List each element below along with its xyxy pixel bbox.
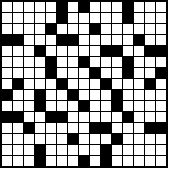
black-cell [35,156,45,166]
cell[interactable] [68,24,78,34]
cell[interactable] [46,101,56,111]
black-cell [101,145,111,155]
cell[interactable] [90,46,100,56]
cell[interactable] [2,156,12,166]
cell[interactable] [46,134,56,144]
black-cell [79,156,89,166]
cell[interactable] [134,156,144,166]
cell[interactable] [57,24,67,34]
cell[interactable] [24,90,34,100]
cell[interactable] [68,2,78,12]
cell[interactable] [123,35,133,45]
cell[interactable] [156,13,166,23]
cell[interactable] [123,145,133,155]
cell[interactable] [57,134,67,144]
cell[interactable] [90,156,100,166]
cell[interactable] [123,123,133,133]
cell[interactable] [68,46,78,56]
cell[interactable] [46,90,56,100]
cell[interactable] [145,57,155,67]
cell[interactable] [46,145,56,155]
cell[interactable] [68,112,78,122]
cell[interactable] [101,90,111,100]
cell[interactable] [145,112,155,122]
black-cell [101,123,111,133]
black-cell [35,145,45,155]
cell[interactable] [79,79,89,89]
cell[interactable] [57,68,67,78]
cell[interactable] [24,13,34,23]
black-cell [13,79,23,89]
cell[interactable] [35,123,45,133]
black-cell [35,46,45,56]
cell[interactable] [112,35,122,45]
cell[interactable] [46,123,56,133]
cell[interactable] [24,68,34,78]
cell[interactable] [24,2,34,12]
black-cell [2,112,12,122]
cell[interactable] [13,145,23,155]
cell[interactable] [13,134,23,144]
cell[interactable] [156,101,166,111]
cell[interactable] [46,79,56,89]
cell[interactable] [79,90,89,100]
cell[interactable] [2,57,12,67]
cell[interactable] [13,90,23,100]
cell[interactable] [68,57,78,67]
black-cell [145,79,155,89]
black-cell [90,123,100,133]
cell[interactable] [123,79,133,89]
black-cell [46,57,56,67]
cell[interactable] [2,68,12,78]
cell[interactable] [79,24,89,34]
cell[interactable] [68,101,78,111]
cell[interactable] [112,112,122,122]
cell[interactable] [2,145,12,155]
cell[interactable] [101,57,111,67]
cell[interactable] [112,24,122,34]
black-cell [57,13,67,23]
cell[interactable] [35,35,45,45]
cell[interactable] [35,68,45,78]
cell[interactable] [134,112,144,122]
cell[interactable] [68,123,78,133]
black-cell [145,46,155,56]
cell[interactable] [145,24,155,34]
cell[interactable] [134,134,144,144]
cell[interactable] [90,112,100,122]
cell[interactable] [134,46,144,56]
cell[interactable] [57,57,67,67]
cell[interactable] [2,134,12,144]
black-cell [156,46,166,56]
cell[interactable] [156,57,166,67]
cell[interactable] [101,24,111,34]
cell[interactable] [68,79,78,89]
black-cell [90,68,100,78]
cell[interactable] [134,79,144,89]
cell[interactable] [13,24,23,34]
cell[interactable] [123,156,133,166]
cell[interactable] [13,2,23,12]
cell[interactable] [68,68,78,78]
cell[interactable] [90,79,100,89]
cell[interactable] [90,13,100,23]
cell[interactable] [24,35,34,45]
cell[interactable] [35,57,45,67]
cell[interactable] [2,101,12,111]
black-cell [2,90,12,100]
cell[interactable] [156,90,166,100]
cell[interactable] [112,123,122,133]
cell[interactable] [134,68,144,78]
cell[interactable] [90,101,100,111]
cell[interactable] [101,13,111,23]
cell[interactable] [79,68,89,78]
cell[interactable] [123,101,133,111]
black-cell [156,68,166,78]
cell[interactable] [79,145,89,155]
cell[interactable] [79,46,89,56]
cell[interactable] [57,145,67,155]
crossword-page [0,0,169,169]
cell[interactable] [134,2,144,12]
cell[interactable] [90,57,100,67]
cell[interactable] [46,35,56,45]
black-cell [123,68,133,78]
black-cell [123,2,133,12]
cell[interactable] [123,134,133,144]
black-cell [134,35,144,45]
cell[interactable] [2,2,12,12]
black-cell [101,79,111,89]
black-cell [79,57,89,67]
cell[interactable] [134,101,144,111]
cell[interactable] [134,123,144,133]
black-cell [101,46,111,56]
cell[interactable] [156,35,166,45]
cell[interactable] [123,90,133,100]
cell[interactable] [35,13,45,23]
cell[interactable] [57,123,67,133]
cell[interactable] [13,68,23,78]
cell[interactable] [134,24,144,34]
cell[interactable] [134,13,144,23]
black-cell [112,101,122,111]
cell[interactable] [68,156,78,166]
cell[interactable] [35,24,45,34]
cell[interactable] [68,13,78,23]
black-cell [46,112,56,122]
cell[interactable] [145,13,155,23]
cell[interactable] [90,35,100,45]
cell[interactable] [112,79,122,89]
cell[interactable] [13,101,23,111]
black-cell [156,123,166,133]
black-cell [112,134,122,144]
cell[interactable] [101,101,111,111]
black-cell [68,90,78,100]
cell[interactable] [35,112,45,122]
cell[interactable] [57,156,67,166]
black-cell [68,134,78,144]
cell[interactable] [134,57,144,67]
cell[interactable] [79,134,89,144]
cell[interactable] [145,35,155,45]
cell[interactable] [2,24,12,34]
cell[interactable] [24,101,34,111]
cell[interactable] [90,134,100,144]
black-cell [101,156,111,166]
cell[interactable] [145,101,155,111]
cell[interactable] [24,57,34,67]
black-cell [24,123,34,133]
black-cell [13,35,23,45]
cell[interactable] [101,68,111,78]
cell[interactable] [13,46,23,56]
cell[interactable] [2,46,12,56]
cell[interactable] [156,79,166,89]
cell[interactable] [13,123,23,133]
cell[interactable] [112,13,122,23]
cell[interactable] [24,112,34,122]
cell[interactable] [79,123,89,133]
cell[interactable] [13,13,23,23]
cell[interactable] [112,145,122,155]
black-cell [68,35,78,45]
cell[interactable] [156,156,166,166]
black-cell [35,90,45,100]
cell[interactable] [24,46,34,56]
cell[interactable] [2,123,12,133]
black-cell [123,57,133,67]
cell[interactable] [46,2,56,12]
cell[interactable] [90,2,100,12]
cell[interactable] [156,24,166,34]
cell[interactable] [156,2,166,12]
black-cell [57,112,67,122]
cell[interactable] [24,24,34,34]
cell[interactable] [101,134,111,144]
black-cell [79,2,89,12]
cell[interactable] [57,90,67,100]
cell[interactable] [57,101,67,111]
cell[interactable] [24,156,34,166]
cell[interactable] [145,68,155,78]
black-cell [79,101,89,111]
cell[interactable] [123,46,133,56]
cell[interactable] [145,2,155,12]
black-cell [46,68,56,78]
cell[interactable] [13,156,23,166]
cell[interactable] [156,112,166,122]
cell[interactable] [112,2,122,12]
cell[interactable] [46,13,56,23]
cell[interactable] [46,46,56,56]
black-cell [57,79,67,89]
cell[interactable] [2,13,12,23]
cell[interactable] [145,134,155,144]
black-cell [112,90,122,100]
cell[interactable] [35,2,45,12]
cell[interactable] [101,112,111,122]
cell[interactable] [24,79,34,89]
cell[interactable] [145,156,155,166]
cell[interactable] [101,35,111,45]
black-cell [123,13,133,23]
cell[interactable] [101,2,111,12]
cell[interactable] [13,57,23,67]
cell[interactable] [112,156,122,166]
cell[interactable] [90,90,100,100]
cell[interactable] [90,145,100,155]
cell[interactable] [156,145,166,155]
cell[interactable] [79,35,89,45]
black-cell [112,46,122,56]
cell[interactable] [145,145,155,155]
cell[interactable] [57,46,67,56]
cell[interactable] [24,145,34,155]
black-cell [35,101,45,111]
cell[interactable] [134,90,144,100]
black-cell [46,24,56,34]
black-cell [13,112,23,122]
cell[interactable] [2,79,12,89]
cell[interactable] [35,134,45,144]
black-cell [145,123,155,133]
cell[interactable] [24,134,34,144]
cell[interactable] [79,112,89,122]
cell[interactable] [112,57,122,67]
black-cell [57,2,67,12]
cell[interactable] [145,90,155,100]
crossword-grid [0,0,168,168]
cell[interactable] [112,68,122,78]
cell[interactable] [35,79,45,89]
cell[interactable] [79,13,89,23]
cell[interactable] [134,145,144,155]
black-cell [57,35,67,45]
cell[interactable] [46,156,56,166]
black-cell [90,24,100,34]
cell[interactable] [123,24,133,34]
cell[interactable] [68,145,78,155]
black-cell [123,112,133,122]
cell[interactable] [156,134,166,144]
black-cell [2,35,12,45]
